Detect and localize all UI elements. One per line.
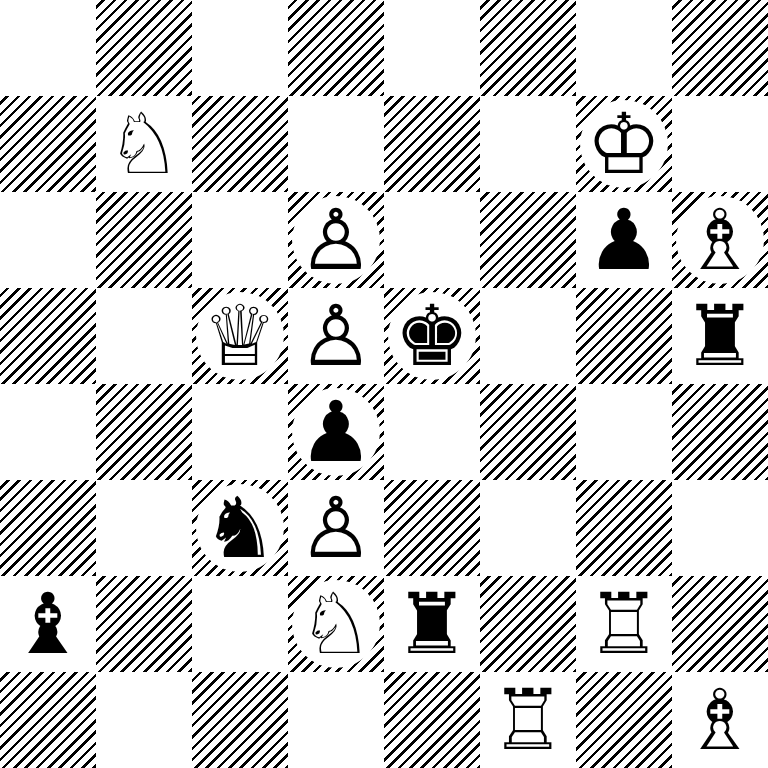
- square-a8[interactable]: [0, 0, 96, 96]
- square-d3[interactable]: ♙: [288, 480, 384, 576]
- square-b4[interactable]: [96, 384, 192, 480]
- square-f1[interactable]: ♖: [480, 672, 576, 768]
- square-b7[interactable]: ♘: [96, 96, 192, 192]
- square-a2[interactable]: ♝: [0, 576, 96, 672]
- square-e6[interactable]: [384, 192, 480, 288]
- square-f4[interactable]: [480, 384, 576, 480]
- square-e2[interactable]: ♜: [384, 576, 480, 672]
- square-d1[interactable]: [288, 672, 384, 768]
- white-pawn-d5: ♙: [288, 288, 384, 384]
- square-g3[interactable]: [576, 480, 672, 576]
- square-e7[interactable]: [384, 96, 480, 192]
- white-rook-f1: ♖: [480, 672, 576, 768]
- white-pawn-d6: ♙: [288, 192, 384, 288]
- black-pawn-d4: ♟: [288, 384, 384, 480]
- square-c1[interactable]: [192, 672, 288, 768]
- square-b1[interactable]: [96, 672, 192, 768]
- square-d6[interactable]: ♙: [288, 192, 384, 288]
- white-queen-c5: ♕: [192, 288, 288, 384]
- square-d7[interactable]: [288, 96, 384, 192]
- square-a6[interactable]: [0, 192, 96, 288]
- square-c8[interactable]: [192, 0, 288, 96]
- square-f7[interactable]: [480, 96, 576, 192]
- square-g2[interactable]: ♖: [576, 576, 672, 672]
- black-rook-e2: ♜: [384, 576, 480, 672]
- square-c3[interactable]: ♞: [192, 480, 288, 576]
- black-king-e5: ♚: [384, 288, 480, 384]
- square-h3[interactable]: [672, 480, 768, 576]
- square-f6[interactable]: [480, 192, 576, 288]
- white-bishop-h1: ♗: [672, 672, 768, 768]
- square-g5[interactable]: [576, 288, 672, 384]
- square-g4[interactable]: [576, 384, 672, 480]
- square-h4[interactable]: [672, 384, 768, 480]
- square-a7[interactable]: [0, 96, 96, 192]
- square-a5[interactable]: [0, 288, 96, 384]
- square-d8[interactable]: [288, 0, 384, 96]
- square-h5[interactable]: ♜: [672, 288, 768, 384]
- white-knight-d2: ♘: [288, 576, 384, 672]
- square-h1[interactable]: ♗: [672, 672, 768, 768]
- square-b3[interactable]: [96, 480, 192, 576]
- square-f5[interactable]: [480, 288, 576, 384]
- square-d5[interactable]: ♙: [288, 288, 384, 384]
- white-king-g7: ♔: [576, 96, 672, 192]
- square-h2[interactable]: [672, 576, 768, 672]
- square-c6[interactable]: [192, 192, 288, 288]
- white-rook-g2: ♖: [576, 576, 672, 672]
- square-g1[interactable]: [576, 672, 672, 768]
- square-d2[interactable]: ♘: [288, 576, 384, 672]
- square-h8[interactable]: [672, 0, 768, 96]
- square-g8[interactable]: [576, 0, 672, 96]
- white-pawn-d3: ♙: [288, 480, 384, 576]
- chess-board: ♘♔♙♟♗♕♙♚♜♟♞♙♝♘♜♖♖♗: [0, 0, 768, 768]
- square-h6[interactable]: ♗: [672, 192, 768, 288]
- square-g7[interactable]: ♔: [576, 96, 672, 192]
- square-d4[interactable]: ♟: [288, 384, 384, 480]
- white-knight-b7: ♘: [96, 96, 192, 192]
- square-e8[interactable]: [384, 0, 480, 96]
- square-f3[interactable]: [480, 480, 576, 576]
- square-e1[interactable]: [384, 672, 480, 768]
- black-knight-c3: ♞: [192, 480, 288, 576]
- square-a3[interactable]: [0, 480, 96, 576]
- square-c4[interactable]: [192, 384, 288, 480]
- white-bishop-h6: ♗: [672, 192, 768, 288]
- square-e5[interactable]: ♚: [384, 288, 480, 384]
- square-b5[interactable]: [96, 288, 192, 384]
- square-c7[interactable]: [192, 96, 288, 192]
- square-b6[interactable]: [96, 192, 192, 288]
- square-b2[interactable]: [96, 576, 192, 672]
- square-h7[interactable]: [672, 96, 768, 192]
- square-g6[interactable]: ♟: [576, 192, 672, 288]
- square-e3[interactable]: [384, 480, 480, 576]
- black-bishop-a2: ♝: [0, 576, 96, 672]
- black-rook-h5: ♜: [672, 288, 768, 384]
- square-e4[interactable]: [384, 384, 480, 480]
- square-a4[interactable]: [0, 384, 96, 480]
- square-f2[interactable]: [480, 576, 576, 672]
- square-b8[interactable]: [96, 0, 192, 96]
- square-c5[interactable]: ♕: [192, 288, 288, 384]
- square-a1[interactable]: [0, 672, 96, 768]
- square-f8[interactable]: [480, 0, 576, 96]
- square-c2[interactable]: [192, 576, 288, 672]
- black-pawn-g6: ♟: [576, 192, 672, 288]
